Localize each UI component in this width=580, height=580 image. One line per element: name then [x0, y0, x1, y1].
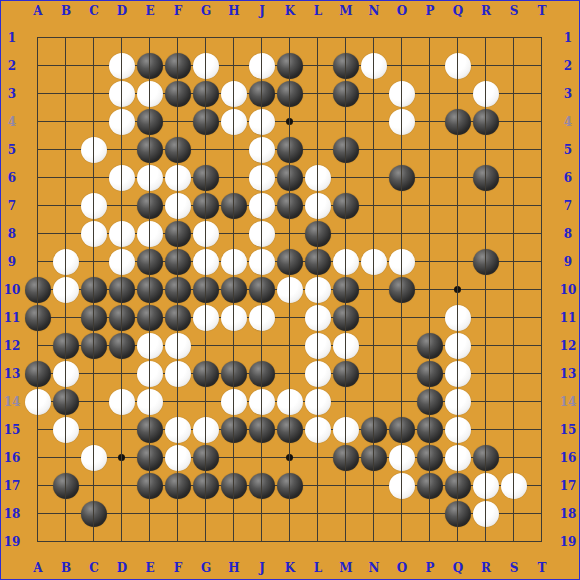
intersection-E4[interactable]: [136, 108, 164, 136]
intersection-F19[interactable]: [164, 528, 192, 556]
intersection-N16[interactable]: [360, 444, 388, 472]
intersection-T5[interactable]: [528, 136, 556, 164]
intersection-A18[interactable]: [24, 500, 52, 528]
intersection-Q5[interactable]: [444, 136, 472, 164]
intersection-M1[interactable]: [332, 24, 360, 52]
intersection-E9[interactable]: [136, 248, 164, 276]
intersection-A15[interactable]: [24, 416, 52, 444]
intersection-N14[interactable]: [360, 388, 388, 416]
intersection-G12[interactable]: [192, 332, 220, 360]
intersection-D9[interactable]: [108, 248, 136, 276]
intersection-R3[interactable]: [472, 80, 500, 108]
intersection-H12[interactable]: [220, 332, 248, 360]
intersection-E18[interactable]: [136, 500, 164, 528]
intersection-E2[interactable]: [136, 52, 164, 80]
intersection-R11[interactable]: [472, 304, 500, 332]
intersection-S1[interactable]: [500, 24, 528, 52]
intersection-L18[interactable]: [304, 500, 332, 528]
intersection-F11[interactable]: [164, 304, 192, 332]
intersection-L9[interactable]: [304, 248, 332, 276]
intersection-A9[interactable]: [24, 248, 52, 276]
intersection-E19[interactable]: [136, 528, 164, 556]
intersection-A14[interactable]: [24, 388, 52, 416]
intersection-R1[interactable]: [472, 24, 500, 52]
intersection-M19[interactable]: [332, 528, 360, 556]
intersection-J16[interactable]: [248, 444, 276, 472]
intersection-M2[interactable]: [332, 52, 360, 80]
intersection-L2[interactable]: [304, 52, 332, 80]
intersection-C12[interactable]: [80, 332, 108, 360]
intersection-R8[interactable]: [472, 220, 500, 248]
intersection-L15[interactable]: [304, 416, 332, 444]
intersection-G13[interactable]: [192, 360, 220, 388]
intersection-T18[interactable]: [528, 500, 556, 528]
intersection-C5[interactable]: [80, 136, 108, 164]
intersection-P2[interactable]: [416, 52, 444, 80]
intersection-P10[interactable]: [416, 276, 444, 304]
intersection-C17[interactable]: [80, 472, 108, 500]
intersection-P13[interactable]: [416, 360, 444, 388]
intersection-H1[interactable]: [220, 24, 248, 52]
intersection-H9[interactable]: [220, 248, 248, 276]
intersection-P15[interactable]: [416, 416, 444, 444]
intersection-H4[interactable]: [220, 108, 248, 136]
intersection-N2[interactable]: [360, 52, 388, 80]
intersection-C13[interactable]: [80, 360, 108, 388]
intersection-M9[interactable]: [332, 248, 360, 276]
intersection-M15[interactable]: [332, 416, 360, 444]
intersection-K10[interactable]: [276, 276, 304, 304]
intersection-D3[interactable]: [108, 80, 136, 108]
intersection-K11[interactable]: [276, 304, 304, 332]
intersection-S12[interactable]: [500, 332, 528, 360]
intersection-A11[interactable]: [24, 304, 52, 332]
intersection-A17[interactable]: [24, 472, 52, 500]
intersection-K9[interactable]: [276, 248, 304, 276]
intersection-O12[interactable]: [388, 332, 416, 360]
intersection-P3[interactable]: [416, 80, 444, 108]
intersection-B12[interactable]: [52, 332, 80, 360]
intersection-J19[interactable]: [248, 528, 276, 556]
intersection-E6[interactable]: [136, 164, 164, 192]
intersection-M6[interactable]: [332, 164, 360, 192]
intersection-L16[interactable]: [304, 444, 332, 472]
intersection-F13[interactable]: [164, 360, 192, 388]
intersection-S5[interactable]: [500, 136, 528, 164]
intersection-F4[interactable]: [164, 108, 192, 136]
intersection-A6[interactable]: [24, 164, 52, 192]
intersection-J14[interactable]: [248, 388, 276, 416]
intersection-J12[interactable]: [248, 332, 276, 360]
intersection-D11[interactable]: [108, 304, 136, 332]
intersection-B16[interactable]: [52, 444, 80, 472]
intersection-G6[interactable]: [192, 164, 220, 192]
intersection-Q14[interactable]: [444, 388, 472, 416]
intersection-T7[interactable]: [528, 192, 556, 220]
intersection-D15[interactable]: [108, 416, 136, 444]
intersection-N4[interactable]: [360, 108, 388, 136]
intersection-O17[interactable]: [388, 472, 416, 500]
intersection-G9[interactable]: [192, 248, 220, 276]
intersection-N7[interactable]: [360, 192, 388, 220]
intersection-L13[interactable]: [304, 360, 332, 388]
intersection-T8[interactable]: [528, 220, 556, 248]
intersection-O3[interactable]: [388, 80, 416, 108]
intersection-C4[interactable]: [80, 108, 108, 136]
intersection-O4[interactable]: [388, 108, 416, 136]
intersection-B4[interactable]: [52, 108, 80, 136]
intersection-P8[interactable]: [416, 220, 444, 248]
intersection-J4[interactable]: [248, 108, 276, 136]
intersection-K6[interactable]: [276, 164, 304, 192]
intersection-F8[interactable]: [164, 220, 192, 248]
intersection-E12[interactable]: [136, 332, 164, 360]
intersection-A5[interactable]: [24, 136, 52, 164]
intersection-L12[interactable]: [304, 332, 332, 360]
intersection-O18[interactable]: [388, 500, 416, 528]
intersection-D18[interactable]: [108, 500, 136, 528]
intersection-J15[interactable]: [248, 416, 276, 444]
intersection-M5[interactable]: [332, 136, 360, 164]
intersection-G11[interactable]: [192, 304, 220, 332]
intersection-S15[interactable]: [500, 416, 528, 444]
intersection-H2[interactable]: [220, 52, 248, 80]
intersection-N11[interactable]: [360, 304, 388, 332]
intersection-R12[interactable]: [472, 332, 500, 360]
intersection-O15[interactable]: [388, 416, 416, 444]
intersection-K4[interactable]: [276, 108, 304, 136]
intersection-Q17[interactable]: [444, 472, 472, 500]
intersection-E17[interactable]: [136, 472, 164, 500]
intersection-Q4[interactable]: [444, 108, 472, 136]
intersection-P14[interactable]: [416, 388, 444, 416]
intersection-D4[interactable]: [108, 108, 136, 136]
intersection-R17[interactable]: [472, 472, 500, 500]
intersection-F10[interactable]: [164, 276, 192, 304]
intersection-A10[interactable]: [24, 276, 52, 304]
intersection-E5[interactable]: [136, 136, 164, 164]
intersection-Q15[interactable]: [444, 416, 472, 444]
intersection-F2[interactable]: [164, 52, 192, 80]
intersection-K7[interactable]: [276, 192, 304, 220]
intersection-T13[interactable]: [528, 360, 556, 388]
intersection-B17[interactable]: [52, 472, 80, 500]
intersection-M10[interactable]: [332, 276, 360, 304]
intersection-L5[interactable]: [304, 136, 332, 164]
intersection-N18[interactable]: [360, 500, 388, 528]
intersection-O5[interactable]: [388, 136, 416, 164]
intersection-H10[interactable]: [220, 276, 248, 304]
intersection-N12[interactable]: [360, 332, 388, 360]
intersection-H6[interactable]: [220, 164, 248, 192]
intersection-E10[interactable]: [136, 276, 164, 304]
intersection-H5[interactable]: [220, 136, 248, 164]
intersection-B2[interactable]: [52, 52, 80, 80]
intersection-O6[interactable]: [388, 164, 416, 192]
intersection-K16[interactable]: [276, 444, 304, 472]
intersection-S7[interactable]: [500, 192, 528, 220]
intersection-B8[interactable]: [52, 220, 80, 248]
intersection-B11[interactable]: [52, 304, 80, 332]
intersection-B9[interactable]: [52, 248, 80, 276]
intersection-K15[interactable]: [276, 416, 304, 444]
intersection-G5[interactable]: [192, 136, 220, 164]
intersection-Q1[interactable]: [444, 24, 472, 52]
intersection-L14[interactable]: [304, 388, 332, 416]
intersection-L19[interactable]: [304, 528, 332, 556]
intersection-T12[interactable]: [528, 332, 556, 360]
intersection-B18[interactable]: [52, 500, 80, 528]
intersection-L3[interactable]: [304, 80, 332, 108]
intersection-K17[interactable]: [276, 472, 304, 500]
intersection-H11[interactable]: [220, 304, 248, 332]
intersection-T9[interactable]: [528, 248, 556, 276]
intersection-O16[interactable]: [388, 444, 416, 472]
intersection-H17[interactable]: [220, 472, 248, 500]
intersection-C19[interactable]: [80, 528, 108, 556]
intersection-N15[interactable]: [360, 416, 388, 444]
intersection-S16[interactable]: [500, 444, 528, 472]
intersection-C1[interactable]: [80, 24, 108, 52]
intersection-P18[interactable]: [416, 500, 444, 528]
intersection-B3[interactable]: [52, 80, 80, 108]
intersection-O10[interactable]: [388, 276, 416, 304]
intersection-Q9[interactable]: [444, 248, 472, 276]
intersection-R6[interactable]: [472, 164, 500, 192]
intersection-Q11[interactable]: [444, 304, 472, 332]
intersection-E11[interactable]: [136, 304, 164, 332]
intersection-C15[interactable]: [80, 416, 108, 444]
intersection-Q3[interactable]: [444, 80, 472, 108]
intersection-D19[interactable]: [108, 528, 136, 556]
intersection-J18[interactable]: [248, 500, 276, 528]
intersection-J17[interactable]: [248, 472, 276, 500]
intersection-K5[interactable]: [276, 136, 304, 164]
intersection-A12[interactable]: [24, 332, 52, 360]
intersection-C9[interactable]: [80, 248, 108, 276]
intersection-E14[interactable]: [136, 388, 164, 416]
intersection-A16[interactable]: [24, 444, 52, 472]
intersection-A19[interactable]: [24, 528, 52, 556]
intersection-G1[interactable]: [192, 24, 220, 52]
intersection-A7[interactable]: [24, 192, 52, 220]
intersection-A1[interactable]: [24, 24, 52, 52]
intersection-J6[interactable]: [248, 164, 276, 192]
intersection-S14[interactable]: [500, 388, 528, 416]
intersection-G4[interactable]: [192, 108, 220, 136]
intersection-R5[interactable]: [472, 136, 500, 164]
intersection-D17[interactable]: [108, 472, 136, 500]
intersection-R16[interactable]: [472, 444, 500, 472]
intersection-J11[interactable]: [248, 304, 276, 332]
intersection-S6[interactable]: [500, 164, 528, 192]
intersection-H13[interactable]: [220, 360, 248, 388]
intersection-J7[interactable]: [248, 192, 276, 220]
intersection-T14[interactable]: [528, 388, 556, 416]
intersection-P1[interactable]: [416, 24, 444, 52]
intersection-S18[interactable]: [500, 500, 528, 528]
intersection-O14[interactable]: [388, 388, 416, 416]
intersection-T17[interactable]: [528, 472, 556, 500]
intersection-M17[interactable]: [332, 472, 360, 500]
intersection-A4[interactable]: [24, 108, 52, 136]
intersection-M12[interactable]: [332, 332, 360, 360]
intersection-G18[interactable]: [192, 500, 220, 528]
intersection-O9[interactable]: [388, 248, 416, 276]
intersection-Q2[interactable]: [444, 52, 472, 80]
intersection-P7[interactable]: [416, 192, 444, 220]
intersection-N17[interactable]: [360, 472, 388, 500]
intersection-G8[interactable]: [192, 220, 220, 248]
intersection-K2[interactable]: [276, 52, 304, 80]
intersection-M3[interactable]: [332, 80, 360, 108]
intersection-J8[interactable]: [248, 220, 276, 248]
intersection-S8[interactable]: [500, 220, 528, 248]
intersection-N5[interactable]: [360, 136, 388, 164]
intersection-O19[interactable]: [388, 528, 416, 556]
intersection-E15[interactable]: [136, 416, 164, 444]
intersection-M18[interactable]: [332, 500, 360, 528]
intersection-T6[interactable]: [528, 164, 556, 192]
intersection-K13[interactable]: [276, 360, 304, 388]
intersection-S3[interactable]: [500, 80, 528, 108]
intersection-D16[interactable]: [108, 444, 136, 472]
intersection-M4[interactable]: [332, 108, 360, 136]
intersection-B6[interactable]: [52, 164, 80, 192]
intersection-F14[interactable]: [164, 388, 192, 416]
intersection-R15[interactable]: [472, 416, 500, 444]
intersection-F17[interactable]: [164, 472, 192, 500]
intersection-R7[interactable]: [472, 192, 500, 220]
intersection-H3[interactable]: [220, 80, 248, 108]
intersection-E13[interactable]: [136, 360, 164, 388]
intersection-K3[interactable]: [276, 80, 304, 108]
intersection-J10[interactable]: [248, 276, 276, 304]
intersection-H15[interactable]: [220, 416, 248, 444]
intersection-D13[interactable]: [108, 360, 136, 388]
intersection-D12[interactable]: [108, 332, 136, 360]
intersection-S9[interactable]: [500, 248, 528, 276]
intersection-S4[interactable]: [500, 108, 528, 136]
intersection-P17[interactable]: [416, 472, 444, 500]
intersection-K1[interactable]: [276, 24, 304, 52]
intersection-P4[interactable]: [416, 108, 444, 136]
intersection-E8[interactable]: [136, 220, 164, 248]
intersection-E3[interactable]: [136, 80, 164, 108]
intersection-Q12[interactable]: [444, 332, 472, 360]
intersection-M11[interactable]: [332, 304, 360, 332]
intersection-F18[interactable]: [164, 500, 192, 528]
intersection-C7[interactable]: [80, 192, 108, 220]
intersection-P19[interactable]: [416, 528, 444, 556]
intersection-P11[interactable]: [416, 304, 444, 332]
intersection-C8[interactable]: [80, 220, 108, 248]
intersection-P9[interactable]: [416, 248, 444, 276]
intersection-Q13[interactable]: [444, 360, 472, 388]
intersection-T19[interactable]: [528, 528, 556, 556]
intersection-H14[interactable]: [220, 388, 248, 416]
intersection-B10[interactable]: [52, 276, 80, 304]
intersection-Q16[interactable]: [444, 444, 472, 472]
intersection-F16[interactable]: [164, 444, 192, 472]
intersection-L17[interactable]: [304, 472, 332, 500]
intersection-R13[interactable]: [472, 360, 500, 388]
intersection-S11[interactable]: [500, 304, 528, 332]
intersection-C10[interactable]: [80, 276, 108, 304]
intersection-O2[interactable]: [388, 52, 416, 80]
intersection-T16[interactable]: [528, 444, 556, 472]
intersection-G17[interactable]: [192, 472, 220, 500]
intersection-R18[interactable]: [472, 500, 500, 528]
intersection-J5[interactable]: [248, 136, 276, 164]
intersection-O7[interactable]: [388, 192, 416, 220]
intersection-F1[interactable]: [164, 24, 192, 52]
intersection-E16[interactable]: [136, 444, 164, 472]
intersection-O11[interactable]: [388, 304, 416, 332]
intersection-L6[interactable]: [304, 164, 332, 192]
intersection-F3[interactable]: [164, 80, 192, 108]
intersection-S17[interactable]: [500, 472, 528, 500]
intersection-L7[interactable]: [304, 192, 332, 220]
intersection-N13[interactable]: [360, 360, 388, 388]
intersection-P12[interactable]: [416, 332, 444, 360]
intersection-G7[interactable]: [192, 192, 220, 220]
intersection-C2[interactable]: [80, 52, 108, 80]
intersection-K8[interactable]: [276, 220, 304, 248]
intersection-T10[interactable]: [528, 276, 556, 304]
intersection-B7[interactable]: [52, 192, 80, 220]
intersection-T1[interactable]: [528, 24, 556, 52]
intersection-P6[interactable]: [416, 164, 444, 192]
intersection-K14[interactable]: [276, 388, 304, 416]
intersection-G15[interactable]: [192, 416, 220, 444]
intersection-T15[interactable]: [528, 416, 556, 444]
intersection-T4[interactable]: [528, 108, 556, 136]
intersection-R10[interactable]: [472, 276, 500, 304]
intersection-S19[interactable]: [500, 528, 528, 556]
intersection-R9[interactable]: [472, 248, 500, 276]
intersection-H19[interactable]: [220, 528, 248, 556]
intersection-L8[interactable]: [304, 220, 332, 248]
intersection-T11[interactable]: [528, 304, 556, 332]
intersection-J2[interactable]: [248, 52, 276, 80]
intersection-F9[interactable]: [164, 248, 192, 276]
intersection-Q10[interactable]: [444, 276, 472, 304]
intersection-M7[interactable]: [332, 192, 360, 220]
intersection-H18[interactable]: [220, 500, 248, 528]
intersection-F7[interactable]: [164, 192, 192, 220]
intersection-C3[interactable]: [80, 80, 108, 108]
intersection-N3[interactable]: [360, 80, 388, 108]
intersection-J3[interactable]: [248, 80, 276, 108]
intersection-Q8[interactable]: [444, 220, 472, 248]
intersection-D2[interactable]: [108, 52, 136, 80]
intersection-F5[interactable]: [164, 136, 192, 164]
intersection-B13[interactable]: [52, 360, 80, 388]
intersection-S10[interactable]: [500, 276, 528, 304]
intersection-B19[interactable]: [52, 528, 80, 556]
intersection-B5[interactable]: [52, 136, 80, 164]
intersection-G14[interactable]: [192, 388, 220, 416]
intersection-B14[interactable]: [52, 388, 80, 416]
intersection-D8[interactable]: [108, 220, 136, 248]
intersection-L1[interactable]: [304, 24, 332, 52]
intersection-O1[interactable]: [388, 24, 416, 52]
intersection-F12[interactable]: [164, 332, 192, 360]
intersection-A13[interactable]: [24, 360, 52, 388]
intersection-C6[interactable]: [80, 164, 108, 192]
intersection-O8[interactable]: [388, 220, 416, 248]
